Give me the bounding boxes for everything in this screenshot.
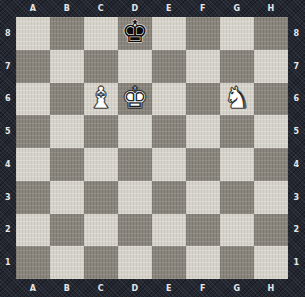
square-c4[interactable]	[84, 148, 118, 181]
file-label-top-a: A	[16, 0, 50, 17]
square-e6[interactable]	[152, 83, 186, 116]
square-h6[interactable]	[254, 83, 288, 116]
rank-label-right-3: 3	[288, 181, 305, 214]
file-label-top-b: B	[50, 0, 84, 17]
square-a7[interactable]	[16, 50, 50, 83]
square-f7[interactable]	[186, 50, 220, 83]
square-b7[interactable]	[50, 50, 84, 83]
square-g6[interactable]: ♞	[220, 83, 254, 116]
square-g4[interactable]	[220, 148, 254, 181]
square-d5[interactable]	[118, 115, 152, 148]
rank-label-right-7: 7	[288, 50, 305, 83]
square-e2[interactable]	[152, 214, 186, 247]
square-d7[interactable]	[118, 50, 152, 83]
square-a6[interactable]	[16, 83, 50, 116]
square-c5[interactable]	[84, 115, 118, 148]
square-d1[interactable]	[118, 246, 152, 279]
square-g2[interactable]	[220, 214, 254, 247]
square-b8[interactable]	[50, 17, 84, 50]
chess-diagram: ABCDEFGH ABCDEFGH 87654321 87654321 ♚♝♚♞	[0, 0, 305, 297]
square-e7[interactable]	[152, 50, 186, 83]
piece-white-king[interactable]: ♚	[122, 83, 149, 113]
rank-label-right-5: 5	[288, 115, 305, 148]
piece-white-knight[interactable]: ♞	[224, 83, 251, 113]
piece-black-king[interactable]: ♚	[122, 17, 149, 47]
square-a5[interactable]	[16, 115, 50, 148]
square-g1[interactable]	[220, 246, 254, 279]
square-e3[interactable]	[152, 181, 186, 214]
square-a4[interactable]	[16, 148, 50, 181]
square-h5[interactable]	[254, 115, 288, 148]
square-h1[interactable]	[254, 246, 288, 279]
square-b6[interactable]	[50, 83, 84, 116]
square-a3[interactable]	[16, 181, 50, 214]
square-d6[interactable]: ♚	[118, 83, 152, 116]
file-label-bottom-e: E	[152, 279, 186, 297]
file-label-bottom-g: G	[220, 279, 254, 297]
file-label-bottom-d: D	[118, 279, 152, 297]
file-labels-top: ABCDEFGH	[16, 0, 288, 17]
file-label-top-c: C	[84, 0, 118, 17]
square-d8[interactable]: ♚	[118, 17, 152, 50]
rank-label-left-2: 2	[0, 214, 16, 247]
square-c6[interactable]: ♝	[84, 83, 118, 116]
square-e4[interactable]	[152, 148, 186, 181]
rank-label-left-3: 3	[0, 181, 16, 214]
square-g7[interactable]	[220, 50, 254, 83]
square-c2[interactable]	[84, 214, 118, 247]
file-label-bottom-f: F	[186, 279, 220, 297]
square-b2[interactable]	[50, 214, 84, 247]
square-f6[interactable]	[186, 83, 220, 116]
square-a2[interactable]	[16, 214, 50, 247]
square-b5[interactable]	[50, 115, 84, 148]
rank-label-right-4: 4	[288, 148, 305, 181]
square-h2[interactable]	[254, 214, 288, 247]
file-label-bottom-b: B	[50, 279, 84, 297]
square-e5[interactable]	[152, 115, 186, 148]
square-c3[interactable]	[84, 181, 118, 214]
piece-white-bishop[interactable]: ♝	[88, 83, 115, 113]
square-b4[interactable]	[50, 148, 84, 181]
rank-label-right-2: 2	[288, 214, 305, 247]
square-f8[interactable]	[186, 17, 220, 50]
file-label-top-h: H	[254, 0, 288, 17]
square-e8[interactable]	[152, 17, 186, 50]
rank-label-left-8: 8	[0, 17, 16, 50]
file-label-bottom-c: C	[84, 279, 118, 297]
square-h8[interactable]	[254, 17, 288, 50]
rank-label-right-1: 1	[288, 246, 305, 279]
square-b1[interactable]	[50, 246, 84, 279]
square-g8[interactable]	[220, 17, 254, 50]
file-label-top-d: D	[118, 0, 152, 17]
square-h4[interactable]	[254, 148, 288, 181]
rank-label-left-7: 7	[0, 50, 16, 83]
file-labels-bottom: ABCDEFGH	[16, 279, 288, 297]
square-c7[interactable]	[84, 50, 118, 83]
square-d3[interactable]	[118, 181, 152, 214]
square-e1[interactable]	[152, 246, 186, 279]
file-label-bottom-h: H	[254, 279, 288, 297]
square-f4[interactable]	[186, 148, 220, 181]
square-a8[interactable]	[16, 17, 50, 50]
square-h7[interactable]	[254, 50, 288, 83]
square-d4[interactable]	[118, 148, 152, 181]
square-b3[interactable]	[50, 181, 84, 214]
rank-label-left-6: 6	[0, 83, 16, 116]
rank-labels-left: 87654321	[0, 17, 16, 279]
file-label-top-f: F	[186, 0, 220, 17]
square-g3[interactable]	[220, 181, 254, 214]
rank-label-left-5: 5	[0, 115, 16, 148]
square-h3[interactable]	[254, 181, 288, 214]
file-label-bottom-a: A	[16, 279, 50, 297]
rank-label-left-1: 1	[0, 246, 16, 279]
square-f1[interactable]	[186, 246, 220, 279]
square-f2[interactable]	[186, 214, 220, 247]
file-label-top-g: G	[220, 0, 254, 17]
rank-label-right-8: 8	[288, 17, 305, 50]
file-label-top-e: E	[152, 0, 186, 17]
square-a1[interactable]	[16, 246, 50, 279]
square-f3[interactable]	[186, 181, 220, 214]
rank-label-right-6: 6	[288, 83, 305, 116]
rank-labels-right: 87654321	[288, 17, 305, 279]
square-c8[interactable]	[84, 17, 118, 50]
square-f5[interactable]	[186, 115, 220, 148]
rank-label-left-4: 4	[0, 148, 16, 181]
square-d2[interactable]	[118, 214, 152, 247]
chess-board: ♚♝♚♞	[16, 17, 288, 279]
square-c1[interactable]	[84, 246, 118, 279]
square-g5[interactable]	[220, 115, 254, 148]
